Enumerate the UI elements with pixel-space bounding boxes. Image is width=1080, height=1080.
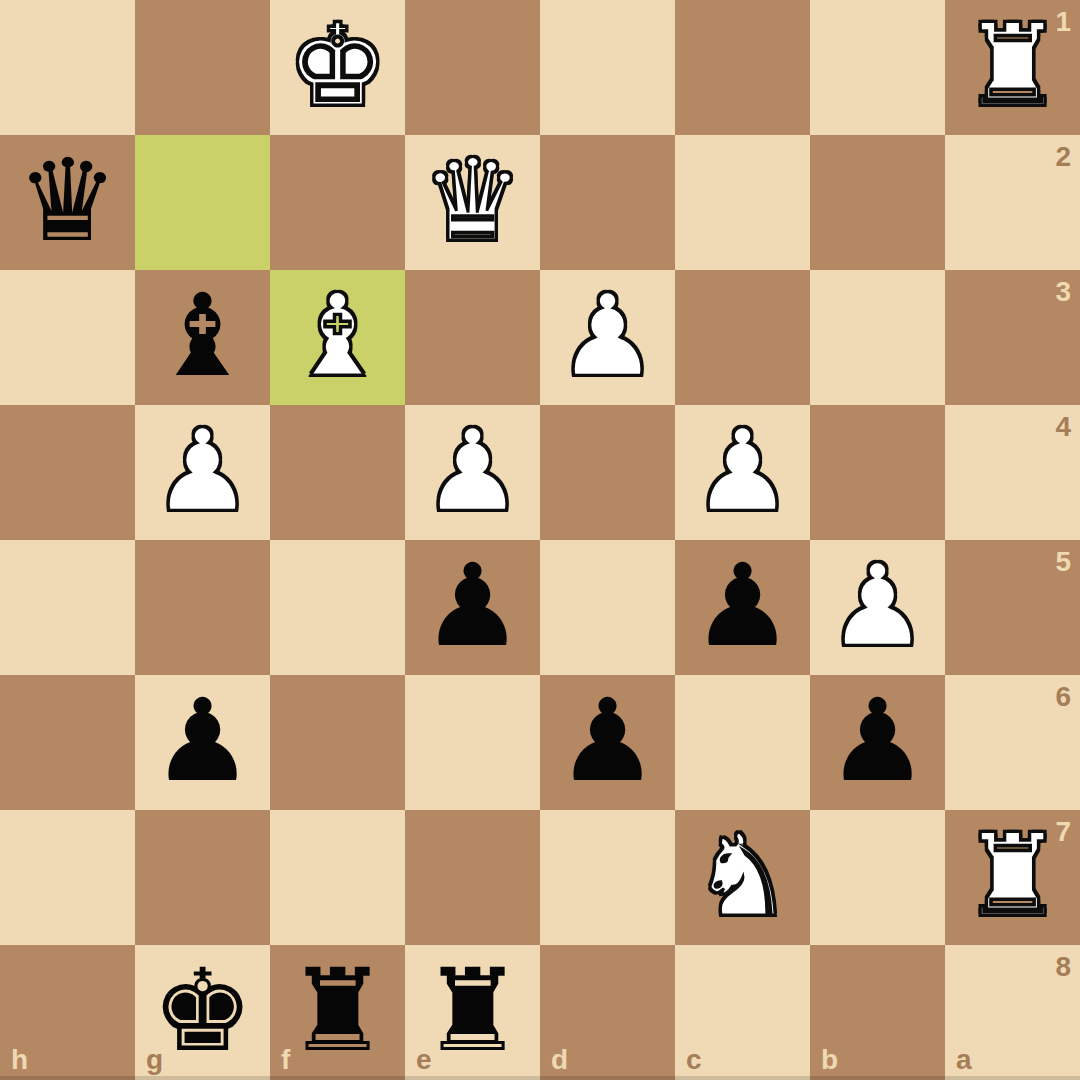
square-g1[interactable]: [135, 0, 270, 135]
piece-black-king[interactable]: ♚: [151, 954, 253, 1068]
square-e7[interactable]: [405, 810, 540, 945]
square-a5[interactable]: 5: [945, 540, 1080, 675]
square-a8[interactable]: 8a: [945, 945, 1080, 1080]
piece-white-knight[interactable]: ♞: [691, 819, 793, 933]
piece-black-pawn[interactable]: ♟: [151, 684, 253, 798]
square-d8[interactable]: d: [540, 945, 675, 1080]
piece-black-queen[interactable]: ♛: [16, 144, 118, 258]
piece-white-pawn[interactable]: ♟: [691, 414, 793, 528]
square-g5[interactable]: [135, 540, 270, 675]
file-label-b: b: [821, 1046, 838, 1074]
square-g4[interactable]: ♟: [135, 405, 270, 540]
square-c1[interactable]: [675, 0, 810, 135]
square-b5[interactable]: ♟: [810, 540, 945, 675]
file-label-c: c: [686, 1046, 702, 1074]
file-label-g: g: [146, 1046, 163, 1074]
piece-black-rook[interactable]: ♜: [286, 954, 388, 1068]
square-c3[interactable]: [675, 270, 810, 405]
square-e5[interactable]: ♟: [405, 540, 540, 675]
piece-black-pawn[interactable]: ♟: [826, 684, 928, 798]
square-e4[interactable]: ♟: [405, 405, 540, 540]
rank-label-3: 3: [1055, 278, 1071, 306]
piece-white-pawn[interactable]: ♟: [151, 414, 253, 528]
square-d1[interactable]: [540, 0, 675, 135]
square-f3[interactable]: ♝: [270, 270, 405, 405]
chess-board: ♚♜1♛♛2♝♝♟3♟♟♟4♟♟♟5♟♟♟6♞♜7h♚g♜f♜edcb8a: [0, 0, 1080, 1080]
rank-label-7: 7: [1055, 818, 1071, 846]
square-d5[interactable]: [540, 540, 675, 675]
board-grid: ♚♜1♛♛2♝♝♟3♟♟♟4♟♟♟5♟♟♟6♞♜7h♚g♜f♜edcb8a: [0, 0, 1080, 1080]
file-label-a: a: [956, 1046, 972, 1074]
square-f6[interactable]: [270, 675, 405, 810]
square-a1[interactable]: ♜1: [945, 0, 1080, 135]
rank-label-8: 8: [1055, 953, 1071, 981]
square-e2[interactable]: ♛: [405, 135, 540, 270]
square-f7[interactable]: [270, 810, 405, 945]
square-f5[interactable]: [270, 540, 405, 675]
piece-white-pawn[interactable]: ♟: [556, 279, 658, 393]
piece-white-rook[interactable]: ♜: [961, 819, 1063, 933]
piece-white-king[interactable]: ♚: [286, 9, 388, 123]
square-e1[interactable]: [405, 0, 540, 135]
square-e8[interactable]: ♜e: [405, 945, 540, 1080]
square-a7[interactable]: ♜7: [945, 810, 1080, 945]
square-d3[interactable]: ♟: [540, 270, 675, 405]
square-a3[interactable]: 3: [945, 270, 1080, 405]
square-h2[interactable]: ♛: [0, 135, 135, 270]
square-d4[interactable]: [540, 405, 675, 540]
square-b7[interactable]: [810, 810, 945, 945]
piece-black-pawn[interactable]: ♟: [691, 549, 793, 663]
square-c8[interactable]: c: [675, 945, 810, 1080]
piece-white-rook[interactable]: ♜: [961, 9, 1063, 123]
square-g8[interactable]: ♚g: [135, 945, 270, 1080]
square-b2[interactable]: [810, 135, 945, 270]
file-label-f: f: [281, 1046, 290, 1074]
square-a4[interactable]: 4: [945, 405, 1080, 540]
square-h8[interactable]: h: [0, 945, 135, 1080]
file-label-h: h: [11, 1046, 28, 1074]
square-h6[interactable]: [0, 675, 135, 810]
square-h7[interactable]: [0, 810, 135, 945]
square-h5[interactable]: [0, 540, 135, 675]
rank-label-5: 5: [1055, 548, 1071, 576]
square-c7[interactable]: ♞: [675, 810, 810, 945]
square-f2[interactable]: [270, 135, 405, 270]
rank-label-1: 1: [1055, 8, 1071, 36]
file-label-e: e: [416, 1046, 432, 1074]
square-g2[interactable]: [135, 135, 270, 270]
piece-white-pawn[interactable]: ♟: [421, 414, 523, 528]
square-a6[interactable]: 6: [945, 675, 1080, 810]
square-e3[interactable]: [405, 270, 540, 405]
square-d7[interactable]: [540, 810, 675, 945]
piece-white-pawn[interactable]: ♟: [826, 549, 928, 663]
piece-black-pawn[interactable]: ♟: [421, 549, 523, 663]
file-label-d: d: [551, 1046, 568, 1074]
square-a2[interactable]: 2: [945, 135, 1080, 270]
piece-white-queen[interactable]: ♛: [421, 144, 523, 258]
piece-black-rook[interactable]: ♜: [421, 954, 523, 1068]
rank-label-2: 2: [1055, 143, 1071, 171]
square-c5[interactable]: ♟: [675, 540, 810, 675]
rank-label-4: 4: [1055, 413, 1071, 441]
square-c4[interactable]: ♟: [675, 405, 810, 540]
piece-black-pawn[interactable]: ♟: [556, 684, 658, 798]
piece-white-bishop[interactable]: ♝: [286, 279, 388, 393]
square-f1[interactable]: ♚: [270, 0, 405, 135]
square-b8[interactable]: b: [810, 945, 945, 1080]
square-d6[interactable]: ♟: [540, 675, 675, 810]
square-c2[interactable]: [675, 135, 810, 270]
square-h1[interactable]: [0, 0, 135, 135]
rank-label-6: 6: [1055, 683, 1071, 711]
square-b4[interactable]: [810, 405, 945, 540]
square-h4[interactable]: [0, 405, 135, 540]
square-d2[interactable]: [540, 135, 675, 270]
square-b6[interactable]: ♟: [810, 675, 945, 810]
square-h3[interactable]: [0, 270, 135, 405]
square-b3[interactable]: [810, 270, 945, 405]
square-e6[interactable]: [405, 675, 540, 810]
square-c6[interactable]: [675, 675, 810, 810]
square-f8[interactable]: ♜f: [270, 945, 405, 1080]
square-b1[interactable]: [810, 0, 945, 135]
square-g7[interactable]: [135, 810, 270, 945]
square-g6[interactable]: ♟: [135, 675, 270, 810]
square-f4[interactable]: [270, 405, 405, 540]
piece-black-bishop[interactable]: ♝: [151, 279, 253, 393]
square-g3[interactable]: ♝: [135, 270, 270, 405]
